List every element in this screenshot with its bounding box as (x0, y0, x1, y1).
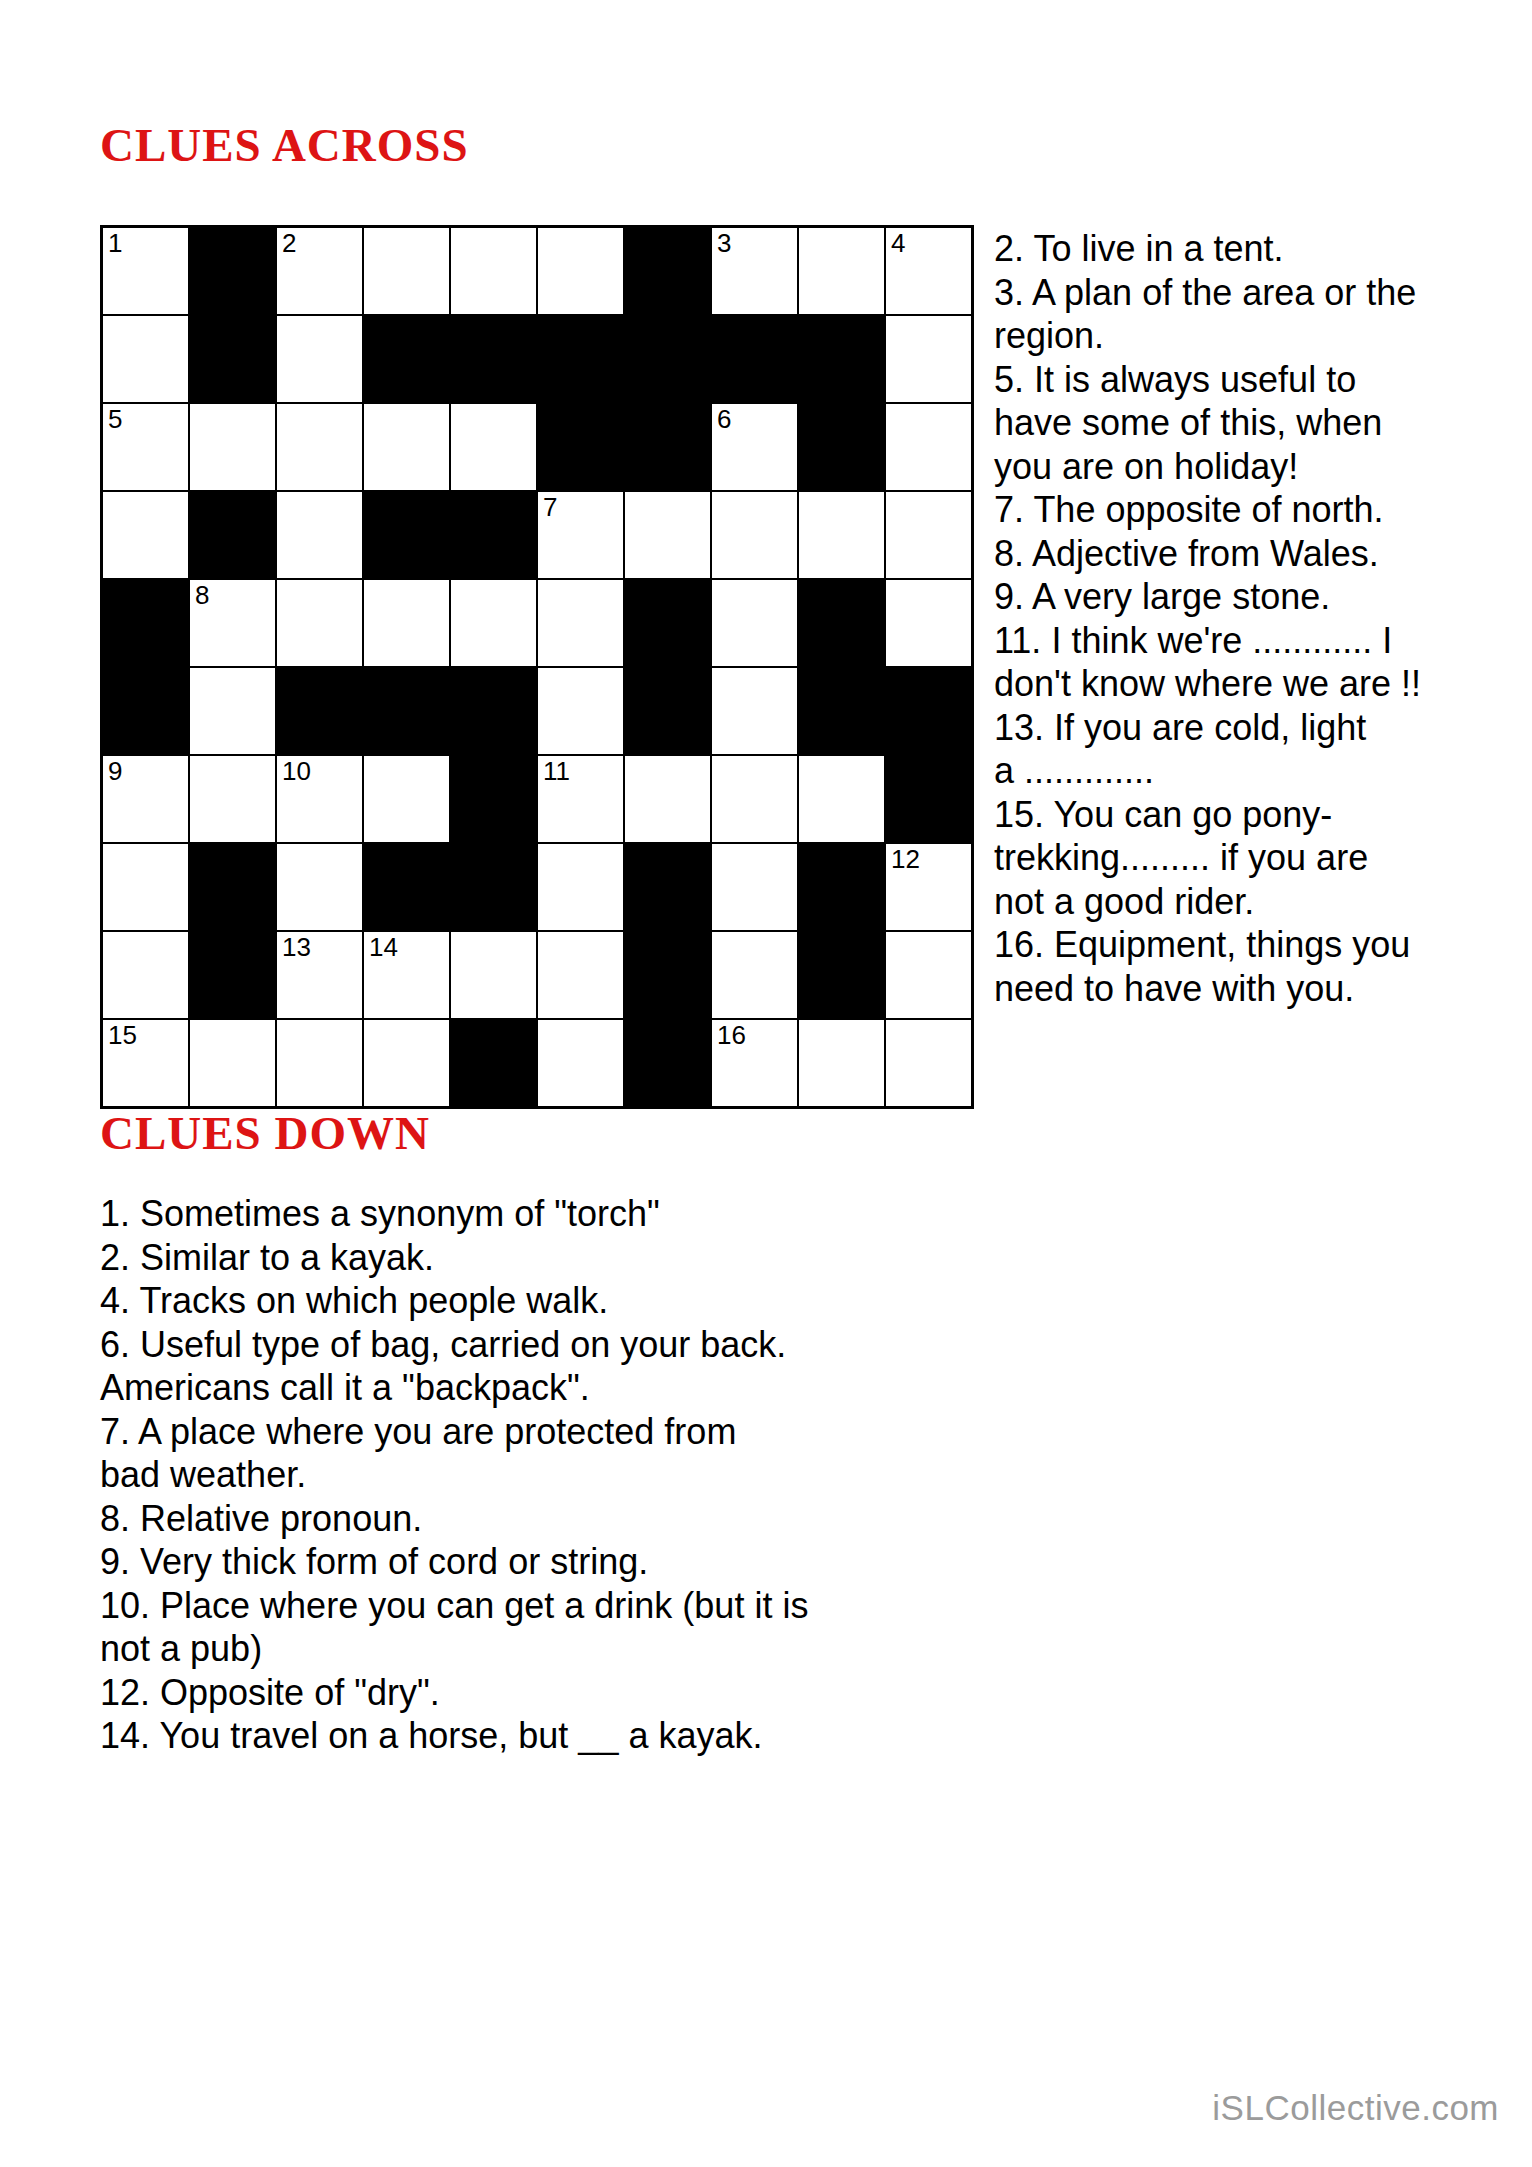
cell-r6c4 (451, 756, 536, 842)
cell-r8c7[interactable] (712, 932, 797, 1018)
cell-r8c0[interactable] (103, 932, 188, 1018)
clue-across-11-line1: 11. I think we're ............ I (994, 619, 1421, 663)
cell-r0c9[interactable]: 4 (886, 228, 971, 314)
cell-r1c3 (364, 316, 449, 402)
cell-r3c0[interactable] (103, 492, 188, 578)
clue-across-11-line2: don't know where we are !! (994, 662, 1421, 706)
cell-r2c8 (799, 404, 884, 490)
cell-r9c6 (625, 1020, 710, 1106)
clue-number-15: 15 (108, 1020, 137, 1050)
cell-r1c0[interactable] (103, 316, 188, 402)
cell-r4c8 (799, 580, 884, 666)
clue-number-7: 7 (543, 492, 557, 522)
cell-r1c7 (712, 316, 797, 402)
cell-r1c2[interactable] (277, 316, 362, 402)
cell-r4c9[interactable] (886, 580, 971, 666)
cell-r2c7[interactable]: 6 (712, 404, 797, 490)
clue-down-10-line1: 10. Place where you can get a drink (but… (100, 1584, 808, 1628)
cell-r9c0[interactable]: 15 (103, 1020, 188, 1106)
clues-across-heading: CLUES ACROSS (100, 118, 469, 172)
cell-r6c7[interactable] (712, 756, 797, 842)
clues-down-heading: CLUES DOWN (100, 1106, 430, 1160)
cell-r2c3[interactable] (364, 404, 449, 490)
clue-across-15-line1: 15. You can go pony- (994, 793, 1421, 837)
cell-r8c9[interactable] (886, 932, 971, 1018)
cell-r3c8[interactable] (799, 492, 884, 578)
cell-r0c0[interactable]: 1 (103, 228, 188, 314)
cell-r4c7[interactable] (712, 580, 797, 666)
cell-r5c3 (364, 668, 449, 754)
clue-number-5: 5 (108, 404, 122, 434)
clue-across-7: 7. The opposite of north. (994, 488, 1421, 532)
cell-r1c4 (451, 316, 536, 402)
cell-r2c4[interactable] (451, 404, 536, 490)
clue-across-3-line2: region. (994, 314, 1421, 358)
clue-number-16: 16 (717, 1020, 746, 1050)
cell-r2c5 (538, 404, 623, 490)
cell-r3c5[interactable]: 7 (538, 492, 623, 578)
clue-down-2: 2. Similar to a kayak. (100, 1236, 808, 1280)
cell-r4c6 (625, 580, 710, 666)
cell-r8c6 (625, 932, 710, 1018)
clue-across-13-line1: 13. If you are cold, light (994, 706, 1421, 750)
cell-r6c0[interactable]: 9 (103, 756, 188, 842)
cell-r2c6 (625, 404, 710, 490)
cell-r2c2[interactable] (277, 404, 362, 490)
clue-number-2: 2 (282, 228, 296, 258)
clue-number-8: 8 (195, 580, 209, 610)
cell-r4c0 (103, 580, 188, 666)
cell-r4c1[interactable]: 8 (190, 580, 275, 666)
cell-r9c1[interactable] (190, 1020, 275, 1106)
clue-down-6-line2: Americans call it a "backpack". (100, 1366, 808, 1410)
cell-r9c3[interactable] (364, 1020, 449, 1106)
clue-down-14: 14. You travel on a horse, but __ a kaya… (100, 1714, 808, 1758)
cell-r8c8 (799, 932, 884, 1018)
cell-r9c9[interactable] (886, 1020, 971, 1106)
clue-across-3-line1: 3. A plan of the area or the (994, 271, 1421, 315)
cell-r4c3[interactable] (364, 580, 449, 666)
clue-down-12: 12. Opposite of "dry". (100, 1671, 808, 1715)
cell-r3c1 (190, 492, 275, 578)
cell-r7c3 (364, 844, 449, 930)
clue-number-12: 12 (891, 844, 920, 874)
clue-across-8: 8. Adjective from Wales. (994, 532, 1421, 576)
across-clues-list: 2. To live in a tent.3. A plan of the ar… (994, 227, 1421, 1010)
clue-across-9: 9. A very large stone. (994, 575, 1421, 619)
clue-number-13: 13 (282, 932, 311, 962)
cell-r1c9[interactable] (886, 316, 971, 402)
cell-r5c6 (625, 668, 710, 754)
cell-r5c4 (451, 668, 536, 754)
clue-number-10: 10 (282, 756, 311, 786)
clue-down-7-line1: 7. A place where you are protected from (100, 1410, 808, 1454)
clue-number-4: 4 (891, 228, 905, 258)
cell-r0c6 (625, 228, 710, 314)
cell-r7c8 (799, 844, 884, 930)
down-clues-list: 1. Sometimes a synonym of "torch"2. Simi… (100, 1192, 808, 1758)
cell-r8c3[interactable]: 14 (364, 932, 449, 1018)
cell-r9c8[interactable] (799, 1020, 884, 1106)
clue-down-1: 1. Sometimes a synonym of "torch" (100, 1192, 808, 1236)
cell-r7c7[interactable] (712, 844, 797, 930)
cell-r6c3[interactable] (364, 756, 449, 842)
cell-r3c2[interactable] (277, 492, 362, 578)
cell-r8c4[interactable] (451, 932, 536, 1018)
clue-across-5-line2: have some of this, when (994, 401, 1421, 445)
cell-r9c7[interactable]: 16 (712, 1020, 797, 1106)
cell-r7c0[interactable] (103, 844, 188, 930)
cell-r1c8 (799, 316, 884, 402)
cell-r0c8[interactable] (799, 228, 884, 314)
cell-r5c0 (103, 668, 188, 754)
clue-down-9: 9. Very thick form of cord or string. (100, 1540, 808, 1584)
cell-r0c7[interactable]: 3 (712, 228, 797, 314)
cell-r4c5[interactable] (538, 580, 623, 666)
clue-down-8: 8. Relative pronoun. (100, 1497, 808, 1541)
cell-r1c1 (190, 316, 275, 402)
cell-r3c9[interactable] (886, 492, 971, 578)
clue-across-5-line1: 5. It is always useful to (994, 358, 1421, 402)
cell-r3c7[interactable] (712, 492, 797, 578)
clue-down-7-line2: bad weather. (100, 1453, 808, 1497)
cell-r2c0[interactable]: 5 (103, 404, 188, 490)
cell-r3c6[interactable] (625, 492, 710, 578)
cell-r5c7[interactable] (712, 668, 797, 754)
cell-r8c2[interactable]: 13 (277, 932, 362, 1018)
clue-across-5-line3: you are on holiday! (994, 445, 1421, 489)
cell-r0c1 (190, 228, 275, 314)
clue-number-6: 6 (717, 404, 731, 434)
cell-r6c9 (886, 756, 971, 842)
cell-r5c2 (277, 668, 362, 754)
cell-r5c1[interactable] (190, 668, 275, 754)
clue-across-16-line2: need to have with you. (994, 967, 1421, 1011)
cell-r3c3 (364, 492, 449, 578)
clue-across-2: 2. To live in a tent. (994, 227, 1421, 271)
crossword-grid: 12345678910111213141516 (100, 225, 974, 1109)
cell-r7c9[interactable]: 12 (886, 844, 971, 930)
cell-r6c5[interactable]: 11 (538, 756, 623, 842)
cell-r7c1 (190, 844, 275, 930)
cell-r2c9[interactable] (886, 404, 971, 490)
cell-r7c6 (625, 844, 710, 930)
cell-r8c1 (190, 932, 275, 1018)
cell-r6c1[interactable] (190, 756, 275, 842)
cell-r9c5[interactable] (538, 1020, 623, 1106)
cell-r4c4[interactable] (451, 580, 536, 666)
cell-r7c2[interactable] (277, 844, 362, 930)
cell-r0c3[interactable] (364, 228, 449, 314)
clue-down-6-line1: 6. Useful type of bag, carried on your b… (100, 1323, 808, 1367)
clue-number-14: 14 (369, 932, 398, 962)
clue-down-10-line2: not a pub) (100, 1627, 808, 1671)
cell-r4c2[interactable] (277, 580, 362, 666)
cell-r3c4 (451, 492, 536, 578)
clue-number-9: 9 (108, 756, 122, 786)
cell-r5c9 (886, 668, 971, 754)
cell-r5c5[interactable] (538, 668, 623, 754)
cell-r8c5[interactable] (538, 932, 623, 1018)
cell-r2c1[interactable] (190, 404, 275, 490)
cell-r7c4 (451, 844, 536, 930)
cell-r9c2[interactable] (277, 1020, 362, 1106)
cell-r5c8 (799, 668, 884, 754)
cell-r0c2[interactable]: 2 (277, 228, 362, 314)
cell-r6c6[interactable] (625, 756, 710, 842)
clue-across-15-line2: trekking......... if you are (994, 836, 1421, 880)
clue-across-16-line1: 16. Equipment, things you (994, 923, 1421, 967)
clue-number-11: 11 (543, 756, 570, 786)
cell-r6c2[interactable]: 10 (277, 756, 362, 842)
clue-across-13-line2: a ............. (994, 749, 1421, 793)
islcollective-watermark: iSLCollective.com (1212, 2088, 1499, 2128)
cell-r0c4[interactable] (451, 228, 536, 314)
clue-across-15-line3: not a good rider. (994, 880, 1421, 924)
cell-r1c5 (538, 316, 623, 402)
clue-number-3: 3 (717, 228, 731, 258)
cell-r6c8[interactable] (799, 756, 884, 842)
clue-down-4: 4. Tracks on which people walk. (100, 1279, 808, 1323)
cell-r9c4 (451, 1020, 536, 1106)
cell-r1c6 (625, 316, 710, 402)
cell-r7c5[interactable] (538, 844, 623, 930)
clue-number-1: 1 (108, 228, 122, 258)
cell-r0c5[interactable] (538, 228, 623, 314)
